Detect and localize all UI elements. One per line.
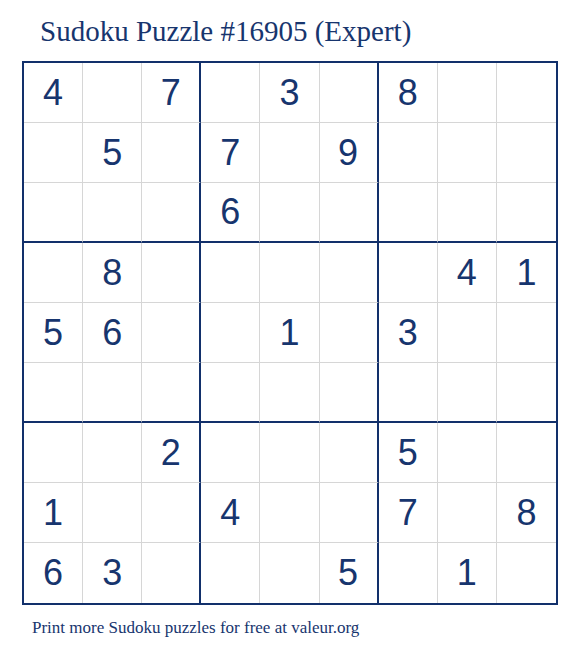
cell-r1c3: 7 <box>142 63 201 123</box>
cell-r7c6 <box>320 423 379 483</box>
cell-r6c8 <box>438 363 497 423</box>
cell-r4c8: 4 <box>438 243 497 303</box>
cell-r1c7: 8 <box>379 63 438 123</box>
cell-r6c6 <box>320 363 379 423</box>
cell-r5c2: 6 <box>83 303 142 363</box>
cell-r7c2 <box>83 423 142 483</box>
cell-r8c6 <box>320 483 379 543</box>
cell-r8c9: 8 <box>497 483 556 543</box>
cell-r9c3 <box>142 543 201 603</box>
cell-r3c5 <box>260 183 319 243</box>
page-title: Sudoku Puzzle #16905 (Expert) <box>40 14 411 48</box>
cell-r5c1: 5 <box>24 303 83 363</box>
cell-r2c3 <box>142 123 201 183</box>
cell-r7c4 <box>201 423 260 483</box>
cell-r1c8 <box>438 63 497 123</box>
cell-r3c1 <box>24 183 83 243</box>
cell-r8c8 <box>438 483 497 543</box>
cell-r4c6 <box>320 243 379 303</box>
cell-r1c1: 4 <box>24 63 83 123</box>
cell-r8c3 <box>142 483 201 543</box>
cell-r2c6: 9 <box>320 123 379 183</box>
cell-r9c2: 3 <box>83 543 142 603</box>
cell-r9c4 <box>201 543 260 603</box>
cell-r3c4: 6 <box>201 183 260 243</box>
cell-r4c3 <box>142 243 201 303</box>
cell-r2c8 <box>438 123 497 183</box>
cell-r5c7: 3 <box>379 303 438 363</box>
cell-r9c8: 1 <box>438 543 497 603</box>
cell-r7c1 <box>24 423 83 483</box>
cell-r6c2 <box>83 363 142 423</box>
cell-r6c3 <box>142 363 201 423</box>
cell-r1c5: 3 <box>260 63 319 123</box>
footer-note: Print more Sudoku puzzles for free at va… <box>32 618 359 638</box>
cell-r2c2: 5 <box>83 123 142 183</box>
cell-r2c5 <box>260 123 319 183</box>
cell-r6c5 <box>260 363 319 423</box>
cell-r1c2 <box>83 63 142 123</box>
cell-r5c9 <box>497 303 556 363</box>
cell-r5c6 <box>320 303 379 363</box>
cell-r1c6 <box>320 63 379 123</box>
cell-r6c7 <box>379 363 438 423</box>
cell-r6c9 <box>497 363 556 423</box>
cell-r3c8 <box>438 183 497 243</box>
cell-r1c9 <box>497 63 556 123</box>
cell-r7c3: 2 <box>142 423 201 483</box>
sudoku-grid: 4738579684156132514786351 <box>22 61 558 605</box>
cell-r4c2: 8 <box>83 243 142 303</box>
cell-r8c4: 4 <box>201 483 260 543</box>
cell-r4c1 <box>24 243 83 303</box>
cell-r1c4 <box>201 63 260 123</box>
cell-r4c4 <box>201 243 260 303</box>
cell-r2c1 <box>24 123 83 183</box>
cell-r9c5 <box>260 543 319 603</box>
cell-r3c7 <box>379 183 438 243</box>
cell-r3c9 <box>497 183 556 243</box>
cell-r4c9: 1 <box>497 243 556 303</box>
cell-r4c7 <box>379 243 438 303</box>
cell-r9c9 <box>497 543 556 603</box>
cell-r8c2 <box>83 483 142 543</box>
cell-r2c7 <box>379 123 438 183</box>
cell-r9c6: 5 <box>320 543 379 603</box>
cell-r9c7 <box>379 543 438 603</box>
cell-r7c8 <box>438 423 497 483</box>
cell-r7c7: 5 <box>379 423 438 483</box>
cell-r5c8 <box>438 303 497 363</box>
cell-r8c1: 1 <box>24 483 83 543</box>
cell-r8c5 <box>260 483 319 543</box>
cell-r5c4 <box>201 303 260 363</box>
cell-r3c2 <box>83 183 142 243</box>
cell-r7c5 <box>260 423 319 483</box>
cell-r2c9 <box>497 123 556 183</box>
cell-r6c1 <box>24 363 83 423</box>
cell-r5c5: 1 <box>260 303 319 363</box>
cell-r2c4: 7 <box>201 123 260 183</box>
cell-r8c7: 7 <box>379 483 438 543</box>
cell-r6c4 <box>201 363 260 423</box>
cell-r9c1: 6 <box>24 543 83 603</box>
cell-r3c3 <box>142 183 201 243</box>
cell-r7c9 <box>497 423 556 483</box>
cell-r5c3 <box>142 303 201 363</box>
cell-r4c5 <box>260 243 319 303</box>
cell-r3c6 <box>320 183 379 243</box>
